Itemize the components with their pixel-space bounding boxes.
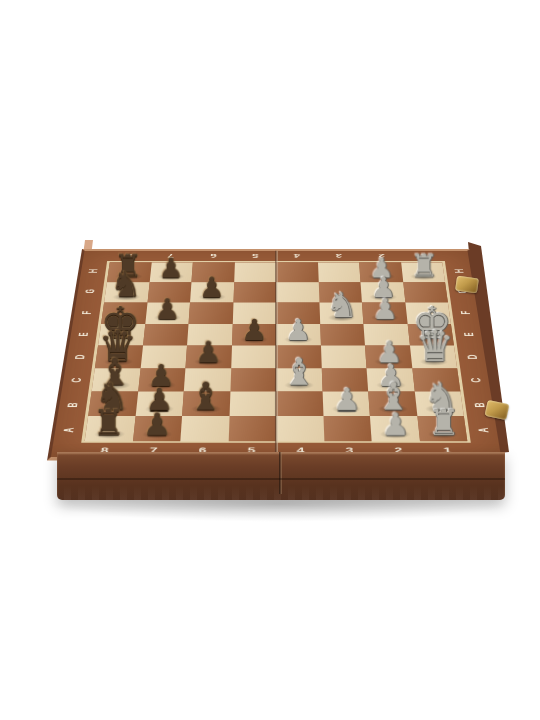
piece-black-pawn[interactable]: ♟ [145, 295, 189, 323]
coord-label-F: F [443, 308, 489, 318]
piece-white-queen[interactable]: ♛ [412, 325, 457, 368]
coord-label-8: 8 [107, 251, 150, 260]
piece-black-pawn[interactable]: ♟ [185, 338, 230, 367]
square-d6[interactable]: ♟ [185, 346, 231, 369]
piece-black-pawn[interactable]: ♟ [133, 409, 181, 440]
coord-label-3: 3 [318, 251, 361, 260]
square-a3[interactable] [323, 416, 372, 441]
piece-black-rook[interactable]: ♜ [85, 405, 133, 440]
coord-label-H: H [71, 266, 115, 275]
chess-board: 87654321 87654321 HGFEDCBA HGFEDCBA ♜♟♟♜… [47, 249, 505, 460]
square-f7[interactable]: ♟ [145, 303, 190, 324]
coord-label-5: 5 [234, 251, 276, 260]
square-f2[interactable]: ♟ [362, 303, 407, 324]
square-d5[interactable] [231, 346, 276, 369]
brass-latch-icon [455, 276, 479, 294]
square-d3[interactable] [320, 346, 366, 369]
piece-white-pawn[interactable]: ♟ [372, 409, 420, 440]
piece-white-pawn[interactable]: ♟ [363, 295, 407, 323]
square-b5[interactable] [229, 392, 276, 416]
square-g6[interactable]: ♟ [190, 282, 234, 302]
coord-label-4: 4 [276, 251, 318, 260]
square-b4[interactable] [276, 392, 323, 416]
rank-labels-far: 87654321 [107, 251, 445, 260]
piece-black-pawn[interactable]: ♟ [232, 316, 276, 345]
coord-label-H: H [437, 266, 481, 275]
front-lid-split-line [57, 478, 505, 480]
square-f6[interactable] [189, 303, 233, 324]
piece-white-bishop[interactable]: ♝ [276, 354, 322, 391]
front-fold-seam [279, 452, 282, 494]
square-b3[interactable]: ♟ [322, 392, 370, 416]
square-b6[interactable]: ♝ [182, 392, 230, 416]
coord-label-G: G [67, 287, 112, 297]
square-g5[interactable] [233, 282, 276, 302]
board-front-edge [57, 452, 505, 500]
square-a6[interactable] [180, 416, 229, 441]
square-c5[interactable] [230, 368, 276, 391]
coord-label-1: 1 [402, 251, 445, 260]
square-e3[interactable] [320, 324, 365, 346]
square-h3[interactable] [318, 262, 361, 282]
square-a5[interactable] [228, 416, 276, 441]
square-c4[interactable]: ♝ [276, 368, 322, 391]
square-a4[interactable] [276, 416, 324, 441]
square-a2[interactable]: ♟ [370, 416, 420, 441]
coord-label-2: 2 [360, 251, 403, 260]
square-a1[interactable]: ♜ [417, 416, 467, 441]
piece-white-pawn[interactable]: ♟ [276, 316, 320, 345]
piece-white-rook[interactable]: ♜ [419, 405, 467, 440]
square-h4[interactable] [276, 262, 318, 282]
piece-white-pawn[interactable]: ♟ [323, 385, 370, 416]
coord-label-F: F [64, 308, 110, 318]
coord-label-6: 6 [192, 251, 235, 260]
square-e5[interactable]: ♟ [232, 324, 276, 346]
coord-label-7: 7 [149, 251, 192, 260]
square-f3[interactable]: ♞ [319, 303, 363, 324]
piece-white-knight[interactable]: ♞ [320, 288, 364, 323]
square-e7[interactable] [143, 324, 189, 346]
square-g4[interactable] [276, 282, 319, 302]
square-d1[interactable]: ♛ [409, 346, 457, 369]
square-a8[interactable]: ♜ [85, 416, 135, 441]
square-a7[interactable]: ♟ [133, 416, 183, 441]
piece-black-pawn[interactable]: ♟ [190, 274, 233, 302]
product-photo: 87654321 87654321 HGFEDCBA HGFEDCBA ♜♟♟♜… [0, 0, 540, 720]
square-e4[interactable]: ♟ [276, 324, 320, 346]
square-h7[interactable]: ♟ [149, 262, 193, 282]
square-h5[interactable] [234, 262, 276, 282]
piece-black-bishop[interactable]: ♝ [182, 377, 229, 415]
